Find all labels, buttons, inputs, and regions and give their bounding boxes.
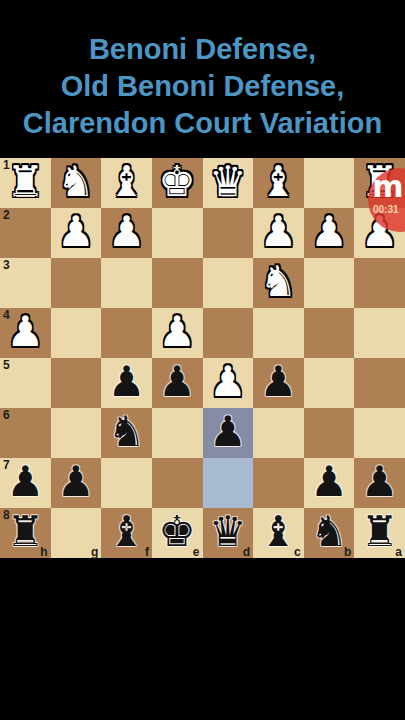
square-h4[interactable]: 4♟ (0, 308, 51, 358)
piece-black-rook-a8[interactable]: ♜ (361, 511, 399, 553)
square-f6[interactable]: ♞ (101, 408, 152, 458)
square-b1[interactable] (304, 158, 355, 208)
piece-black-pawn-a7[interactable]: ♟ (361, 461, 399, 503)
square-d8[interactable]: d♛ (203, 508, 254, 558)
square-h7[interactable]: 7♟ (0, 458, 51, 508)
square-b6[interactable] (304, 408, 355, 458)
square-g3[interactable] (51, 258, 102, 308)
piece-black-pawn-h7[interactable]: ♟ (6, 461, 44, 503)
square-d4[interactable] (203, 308, 254, 358)
square-f1[interactable]: ♝ (101, 158, 152, 208)
square-c3[interactable]: ♞ (253, 258, 304, 308)
square-f3[interactable] (101, 258, 152, 308)
piece-black-pawn-f5[interactable]: ♟ (108, 361, 146, 403)
square-a4[interactable] (354, 308, 405, 358)
piece-black-pawn-e5[interactable]: ♟ (158, 361, 196, 403)
square-h5[interactable]: 5 (0, 358, 51, 408)
piece-white-pawn-c2[interactable]: ♟ (260, 211, 298, 253)
square-e1[interactable]: ♚ (152, 158, 203, 208)
square-h8[interactable]: 8h♜ (0, 508, 51, 558)
piece-white-rook-h1[interactable]: ♜ (6, 161, 44, 203)
piece-black-bishop-c8[interactable]: ♝ (260, 511, 298, 553)
square-h3[interactable]: 3 (0, 258, 51, 308)
square-f4[interactable] (101, 308, 152, 358)
square-e4[interactable]: ♟ (152, 308, 203, 358)
piece-black-bishop-f8[interactable]: ♝ (108, 511, 146, 553)
piece-white-king-e1[interactable]: ♚ (158, 161, 196, 203)
piece-black-pawn-b7[interactable]: ♟ (310, 461, 348, 503)
square-a8[interactable]: a♜ (354, 508, 405, 558)
rank-label-3: 3 (3, 258, 10, 272)
square-a7[interactable]: ♟ (354, 458, 405, 508)
square-f5[interactable]: ♟ (101, 358, 152, 408)
rank-label-6: 6 (3, 408, 10, 422)
piece-white-knight-g1[interactable]: ♞ (57, 161, 95, 203)
square-e7[interactable] (152, 458, 203, 508)
piece-black-knight-b8[interactable]: ♞ (310, 511, 348, 553)
piece-white-queen-d1[interactable]: ♛ (209, 161, 247, 203)
piece-white-bishop-c1[interactable]: ♝ (260, 161, 298, 203)
title-line-3: Clarendon Court Variation (0, 105, 405, 142)
rank-label-5: 5 (3, 358, 10, 372)
square-b4[interactable] (304, 308, 355, 358)
square-b3[interactable] (304, 258, 355, 308)
piece-white-pawn-g2[interactable]: ♟ (57, 211, 95, 253)
square-f8[interactable]: f♝ (101, 508, 152, 558)
square-b5[interactable] (304, 358, 355, 408)
chess-board: 1♜♞♝♚♛♝♜2♟♟♟♟♟3♞4♟♟5♟♟♟♟6♞♟7♟♟♟♟8h♜gf♝e♚… (0, 158, 405, 558)
square-h6[interactable]: 6 (0, 408, 51, 458)
square-g6[interactable] (51, 408, 102, 458)
square-c1[interactable]: ♝ (253, 158, 304, 208)
square-a6[interactable] (354, 408, 405, 458)
square-e2[interactable] (152, 208, 203, 258)
rank-label-2: 2 (3, 208, 10, 222)
piece-white-knight-c3[interactable]: ♞ (260, 261, 298, 303)
piece-white-bishop-f1[interactable]: ♝ (108, 161, 146, 203)
square-e5[interactable]: ♟ (152, 358, 203, 408)
square-d6[interactable]: ♟ (203, 408, 254, 458)
piece-white-pawn-h4[interactable]: ♟ (6, 311, 44, 353)
square-e8[interactable]: e♚ (152, 508, 203, 558)
square-h2[interactable]: 2 (0, 208, 51, 258)
square-g5[interactable] (51, 358, 102, 408)
square-c8[interactable]: c♝ (253, 508, 304, 558)
piece-black-pawn-g7[interactable]: ♟ (57, 461, 95, 503)
square-c7[interactable] (253, 458, 304, 508)
screen: Benoni Defense, Old Benoni Defense, Clar… (0, 0, 405, 720)
file-label-f: f (145, 545, 149, 559)
square-e3[interactable] (152, 258, 203, 308)
piece-black-king-e8[interactable]: ♚ (158, 511, 196, 553)
piece-white-pawn-d5[interactable]: ♟ (209, 361, 247, 403)
square-g4[interactable] (51, 308, 102, 358)
square-g1[interactable]: ♞ (51, 158, 102, 208)
square-d5[interactable]: ♟ (203, 358, 254, 408)
piece-white-pawn-b2[interactable]: ♟ (310, 211, 348, 253)
square-g7[interactable]: ♟ (51, 458, 102, 508)
square-c6[interactable] (253, 408, 304, 458)
square-d2[interactable] (203, 208, 254, 258)
recording-timer: 00:31 (373, 204, 399, 215)
square-e6[interactable] (152, 408, 203, 458)
square-f7[interactable] (101, 458, 152, 508)
piece-black-pawn-c5[interactable]: ♟ (260, 361, 298, 403)
square-f2[interactable]: ♟ (101, 208, 152, 258)
file-label-g: g (91, 545, 98, 559)
piece-black-knight-f6[interactable]: ♞ (108, 411, 146, 453)
piece-black-queen-d8[interactable]: ♛ (209, 511, 247, 553)
title-line-1: Benoni Defense, (0, 31, 405, 68)
square-a3[interactable] (354, 258, 405, 308)
square-d1[interactable]: ♛ (203, 158, 254, 208)
square-b7[interactable]: ♟ (304, 458, 355, 508)
square-g2[interactable]: ♟ (51, 208, 102, 258)
video-title: Benoni Defense, Old Benoni Defense, Clar… (0, 31, 405, 142)
title-line-2: Old Benoni Defense, (0, 68, 405, 105)
square-b8[interactable]: b♞ (304, 508, 355, 558)
piece-white-pawn-e4[interactable]: ♟ (158, 311, 196, 353)
square-b2[interactable]: ♟ (304, 208, 355, 258)
square-a5[interactable] (354, 358, 405, 408)
square-d7[interactable] (203, 458, 254, 508)
square-h1[interactable]: 1♜ (0, 158, 51, 208)
piece-black-pawn-d6[interactable]: ♟ (209, 411, 247, 453)
square-c5[interactable]: ♟ (253, 358, 304, 408)
piece-black-rook-h8[interactable]: ♜ (6, 511, 44, 553)
square-d3[interactable] (203, 258, 254, 308)
square-c4[interactable] (253, 308, 304, 358)
mobizen-logo-icon: m (370, 172, 405, 202)
piece-white-pawn-f2[interactable]: ♟ (108, 211, 146, 253)
square-g8[interactable]: g (51, 508, 102, 558)
square-c2[interactable]: ♟ (253, 208, 304, 258)
